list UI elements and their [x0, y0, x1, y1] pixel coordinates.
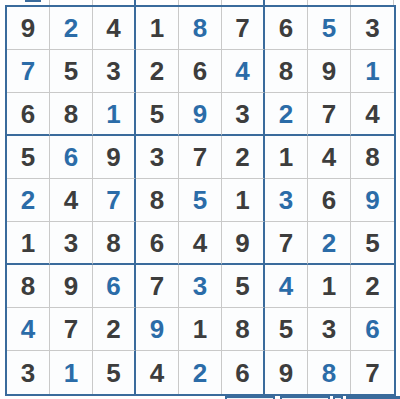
sudoku-cell[interactable]: 8 — [93, 222, 136, 265]
sudoku-cell[interactable]: 6 — [265, 7, 308, 50]
sudoku-cell[interactable]: 2 — [308, 222, 351, 265]
sudoku-cell[interactable]: 8 — [136, 179, 179, 222]
sudoku-cell[interactable]: 5 — [265, 308, 308, 351]
sudoku-cell[interactable]: 4 — [351, 93, 394, 136]
sudoku-cell[interactable]: 9 — [179, 93, 222, 136]
sudoku-cell[interactable]: 6 — [308, 179, 351, 222]
sudoku-cell[interactable]: 5 — [50, 50, 93, 93]
sudoku-cell[interactable]: 1 — [7, 222, 50, 265]
sudoku-cell[interactable]: 3 — [308, 308, 351, 351]
sudoku-cell[interactable]: 6 — [50, 136, 93, 179]
sudoku-cell[interactable]: 9 — [93, 136, 136, 179]
sudoku-cell[interactable]: 4 — [7, 308, 50, 351]
sudoku-cell[interactable]: 6 — [136, 222, 179, 265]
sudoku-cell[interactable]: 2 — [265, 93, 308, 136]
sudoku-cell[interactable]: 1 — [50, 351, 93, 394]
sudoku-cell[interactable]: 7 — [308, 93, 351, 136]
sudoku-cell[interactable]: 1 — [222, 179, 265, 222]
sudoku-cell[interactable]: 9 — [7, 7, 50, 50]
sudoku-cell[interactable]: 6 — [351, 308, 394, 351]
sudoku-cell[interactable]: 8 — [265, 50, 308, 93]
sudoku-cell[interactable]: 3 — [179, 265, 222, 308]
sudoku-cell[interactable]: 4 — [136, 351, 179, 394]
sudoku-cell[interactable]: 3 — [7, 351, 50, 394]
sudoku-cell[interactable]: 1 — [179, 308, 222, 351]
sudoku-cell[interactable]: 9 — [351, 179, 394, 222]
sudoku-cell[interactable]: 3 — [93, 50, 136, 93]
sudoku-cell[interactable]: 1 — [351, 50, 394, 93]
sudoku-cell[interactable]: 8 — [50, 93, 93, 136]
sudoku-cell[interactable]: 7 — [351, 351, 394, 394]
sudoku-cell[interactable]: 6 — [93, 265, 136, 308]
sudoku-cell[interactable]: 1 — [93, 93, 136, 136]
sudoku-cell[interactable]: 6 — [179, 50, 222, 93]
sudoku-cell[interactable]: 3 — [50, 222, 93, 265]
sudoku-cell[interactable]: 3 — [136, 136, 179, 179]
sudoku-cell[interactable]: 2 — [136, 50, 179, 93]
sudoku-cell[interactable]: 7 — [7, 50, 50, 93]
sudoku-cell[interactable]: 7 — [93, 179, 136, 222]
sudoku-cell[interactable]: 4 — [265, 265, 308, 308]
sudoku-cell[interactable]: 4 — [93, 7, 136, 50]
sudoku-cell[interactable]: 7 — [265, 222, 308, 265]
cropped-border-artifact — [25, 0, 41, 2]
sudoku-cell[interactable]: 8 — [351, 136, 394, 179]
sudoku-cell[interactable]: 6 — [222, 351, 265, 394]
sudoku-cell[interactable]: 9 — [308, 50, 351, 93]
sudoku-cell[interactable]: 5 — [179, 179, 222, 222]
sudoku-cell[interactable]: 4 — [308, 136, 351, 179]
sudoku-cell[interactable]: 1 — [308, 265, 351, 308]
sudoku-cell[interactable]: 7 — [222, 7, 265, 50]
sudoku-cell[interactable]: 2 — [351, 265, 394, 308]
sudoku-cell[interactable]: 5 — [222, 265, 265, 308]
sudoku-cell[interactable]: 1 — [136, 7, 179, 50]
sudoku-cell[interactable]: 2 — [93, 308, 136, 351]
sudoku-cell[interactable]: 3 — [351, 7, 394, 50]
sudoku-cell[interactable]: 5 — [351, 222, 394, 265]
sudoku-cell[interactable]: 9 — [136, 308, 179, 351]
sudoku-cell[interactable]: 5 — [7, 136, 50, 179]
sudoku-cell[interactable]: 5 — [93, 351, 136, 394]
sudoku-cell[interactable]: 6 — [7, 93, 50, 136]
sudoku-cell[interactable]: 4 — [179, 222, 222, 265]
sudoku-cell[interactable]: 9 — [222, 222, 265, 265]
sudoku-board: 9241876537532648916815932745693721482478… — [5, 5, 396, 396]
sudoku-cell[interactable]: 8 — [7, 265, 50, 308]
sudoku-cell[interactable]: 3 — [265, 179, 308, 222]
sudoku-cell[interactable]: 8 — [179, 7, 222, 50]
sudoku-cell[interactable]: 2 — [179, 351, 222, 394]
sudoku-cell[interactable]: 7 — [136, 265, 179, 308]
sudoku-cell[interactable]: 2 — [222, 136, 265, 179]
sudoku-cell[interactable]: 5 — [136, 93, 179, 136]
sudoku-cell[interactable]: 2 — [50, 7, 93, 50]
sudoku-cell[interactable]: 4 — [50, 179, 93, 222]
sudoku-cell[interactable]: 7 — [50, 308, 93, 351]
sudoku-cell[interactable]: 8 — [308, 351, 351, 394]
sudoku-cell[interactable]: 3 — [222, 93, 265, 136]
sudoku-cell[interactable]: 9 — [50, 265, 93, 308]
sudoku-cell[interactable]: 8 — [222, 308, 265, 351]
sudoku-cell[interactable]: 1 — [265, 136, 308, 179]
sudoku-cell[interactable]: 4 — [222, 50, 265, 93]
sudoku-cell[interactable]: 9 — [265, 351, 308, 394]
sudoku-cell[interactable]: 5 — [308, 7, 351, 50]
sudoku-cell[interactable]: 2 — [7, 179, 50, 222]
sudoku-cell[interactable]: 7 — [179, 136, 222, 179]
